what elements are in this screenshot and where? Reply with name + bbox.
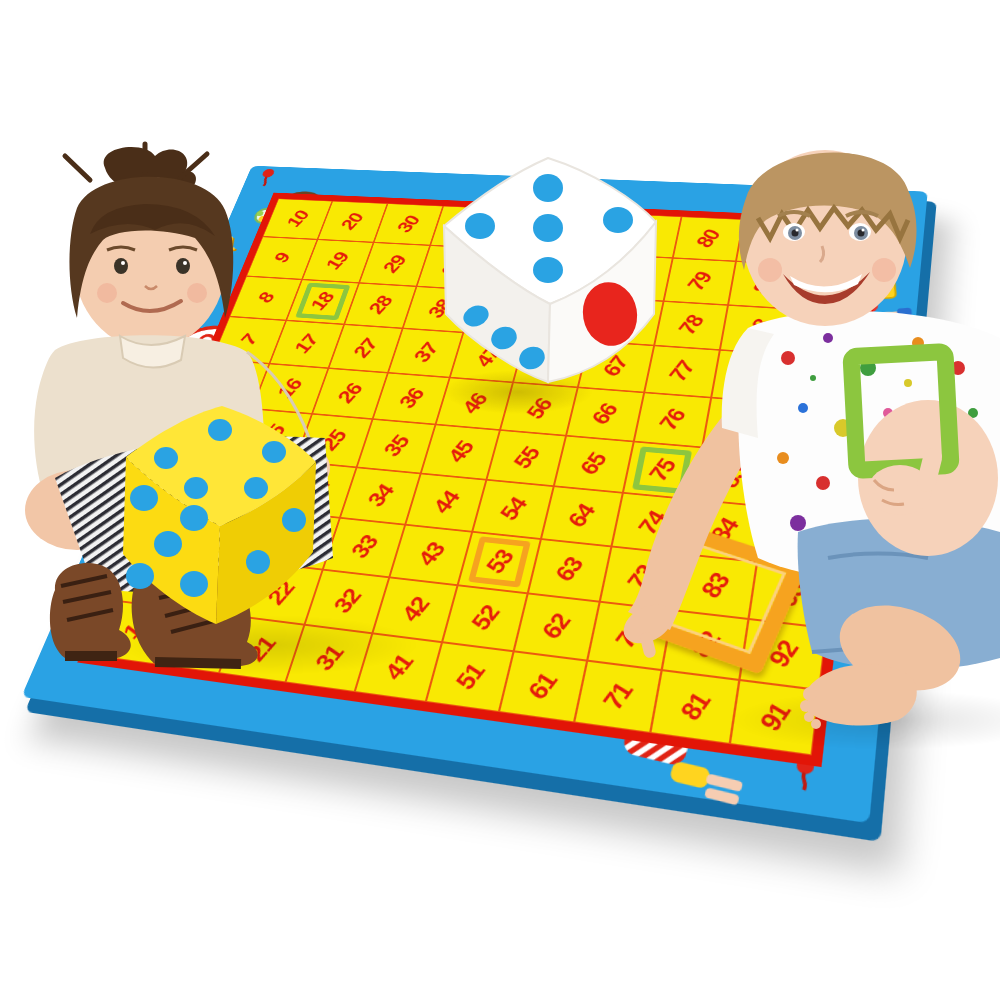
- boy-foot: [808, 664, 917, 725]
- scene: 1 2 1 2 1 2 1020304050607080901009192939…: [0, 0, 1000, 1000]
- cell-number: 34: [362, 480, 399, 510]
- cell-number: 64: [562, 500, 601, 532]
- cell-number: 55: [508, 443, 545, 473]
- cell-number: 33: [346, 531, 384, 563]
- cell-55: 55: [486, 430, 565, 486]
- yellow-foam-die[interactable]: [110, 396, 330, 632]
- cell-61: 61: [499, 651, 587, 722]
- white-inflatable-die[interactable]: [428, 146, 668, 402]
- cell-number: 52: [465, 601, 505, 636]
- cell-number: 20: [337, 210, 369, 233]
- cell-number: 27: [349, 335, 383, 361]
- cell-number: 54: [494, 493, 532, 524]
- cell-number: 51: [449, 658, 490, 694]
- cell-number: 29: [378, 252, 411, 276]
- cell-number: 30: [392, 213, 424, 236]
- cell-number: 43: [412, 538, 450, 570]
- cell-number: 28: [364, 293, 398, 318]
- cell-number: 45: [442, 437, 479, 466]
- cell-number: 35: [378, 431, 414, 460]
- cell-number: 62: [536, 609, 577, 644]
- cell-53: 53: [458, 531, 541, 593]
- cell-number: 63: [550, 553, 590, 587]
- cell-62: 62: [513, 594, 599, 661]
- cell-number: 61: [522, 668, 564, 705]
- cell-number: 53: [480, 546, 519, 579]
- cell-54: 54: [472, 480, 553, 539]
- cell-number: 44: [427, 487, 465, 518]
- cell-number: 36: [394, 384, 429, 412]
